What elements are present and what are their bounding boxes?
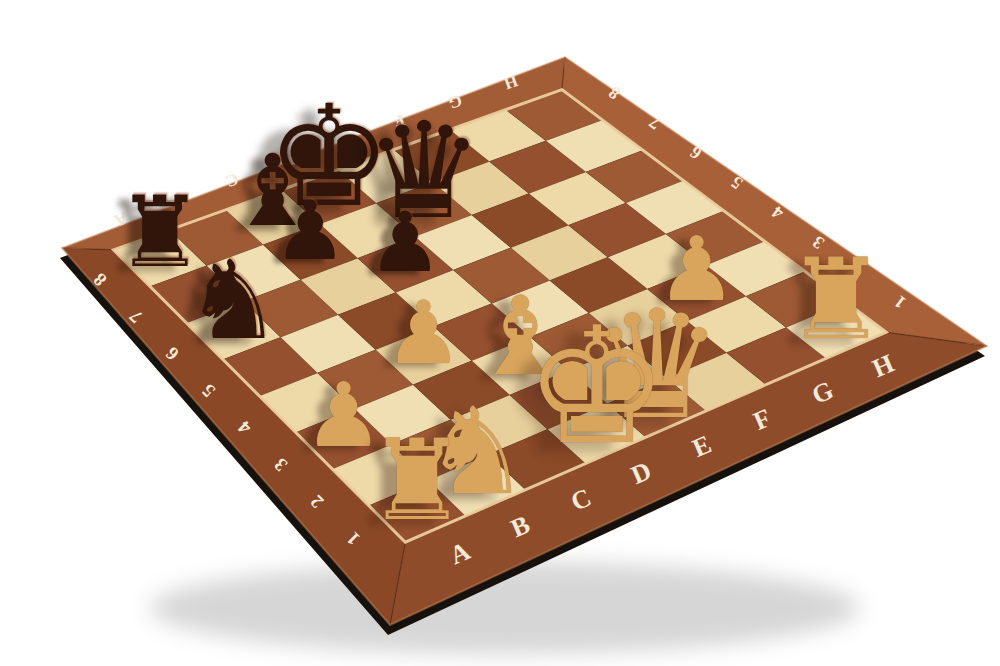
piece-black-pawn-d6[interactable]: ♟: [368, 201, 442, 284]
piece-white-rook-h1[interactable]: ♜: [786, 243, 886, 355]
chessboard-photo: chess r1bk4/2p1q3/n2p4/8/2P5/P2B2P1/8/RN…: [0, 0, 1000, 666]
piece-white-king-d1[interactable]: ♚: [524, 306, 668, 467]
piece-white-pawn-c4[interactable]: ♟: [385, 289, 463, 376]
piece-black-knight-a6[interactable]: ♞: [185, 246, 283, 355]
piece-black-pawn-c7[interactable]: ♟: [274, 189, 348, 271]
piece-white-rook-a1[interactable]: ♜: [367, 424, 467, 536]
